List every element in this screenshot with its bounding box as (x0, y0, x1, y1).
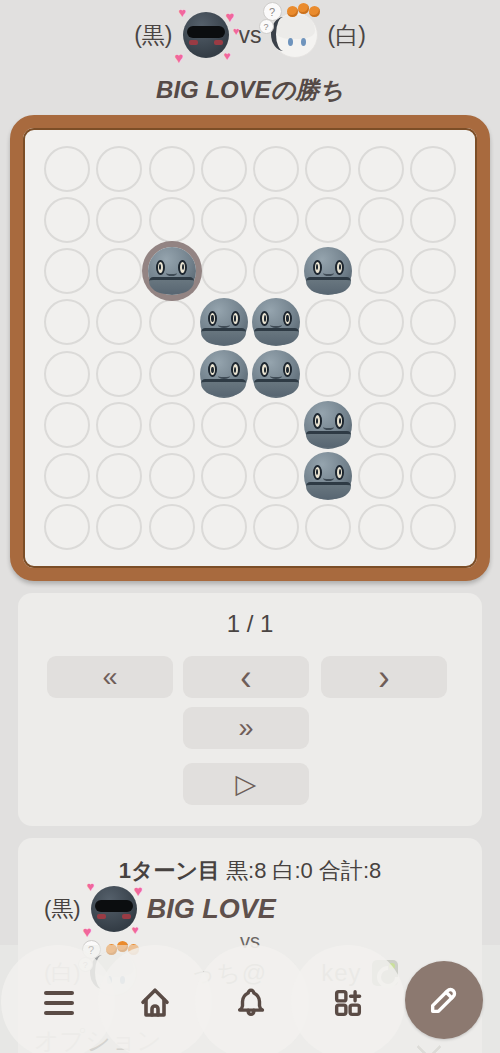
board-cell-g4 (355, 297, 407, 348)
board-cell-e6 (250, 399, 302, 450)
empty-cell-circle (410, 351, 456, 397)
board-cell-c8 (146, 502, 198, 553)
empty-cell-circle (96, 197, 142, 243)
board-cell-b6 (93, 399, 145, 450)
empty-cell-circle (201, 504, 247, 550)
board-cell-f6 (302, 399, 354, 450)
empty-cell-circle (305, 504, 351, 550)
empty-cell-circle (410, 402, 456, 448)
board-cell-e8 (250, 502, 302, 553)
empty-cell-circle (149, 299, 195, 345)
empty-cell-circle (358, 248, 404, 294)
question-bubble-icon: ? (259, 19, 274, 34)
empty-cell-circle (44, 453, 90, 499)
board-cell-g6 (355, 399, 407, 450)
double-chevron-left-icon: « (102, 664, 117, 691)
board-cell-c5 (146, 348, 198, 399)
empty-cell-circle (358, 453, 404, 499)
empty-cell-circle (201, 146, 247, 192)
black-side-label: (黒) (134, 20, 172, 51)
empty-cell-circle (253, 402, 299, 448)
turn-counts: 黒:8 白:0 合計:8 (220, 858, 381, 883)
empty-cell-circle (44, 402, 90, 448)
board-cell-c7 (146, 451, 198, 502)
board-cell-c3 (146, 246, 198, 297)
result-text: BIG LOVEの勝ち (0, 74, 500, 106)
board-cell-a5 (41, 348, 93, 399)
board-cell-g8 (355, 502, 407, 553)
black-disc (252, 298, 300, 346)
empty-cell-circle (149, 351, 195, 397)
board-cell-d5 (198, 348, 250, 399)
home-icon (137, 985, 173, 1021)
board-cell-e5 (250, 348, 302, 399)
board-cell-f4 (302, 297, 354, 348)
white-player-avatar: ? ? (272, 12, 318, 58)
empty-cell-circle (253, 197, 299, 243)
board-cell-f1 (302, 143, 354, 194)
board-cell-b2 (93, 194, 145, 245)
empty-cell-circle (253, 504, 299, 550)
next-move-button[interactable]: › (321, 656, 447, 698)
board-cell-g7 (355, 451, 407, 502)
double-chevron-right-icon: » (238, 715, 253, 742)
board-cell-b3 (93, 246, 145, 297)
empty-cell-circle (44, 504, 90, 550)
empty-cell-circle (358, 402, 404, 448)
sunglasses-icon (187, 26, 225, 38)
board-cell-b5 (93, 348, 145, 399)
empty-cell-circle (410, 197, 456, 243)
heart-icon: ♥ (223, 50, 230, 62)
empty-cell-circle (96, 248, 142, 294)
board-cell-h4 (407, 297, 459, 348)
empty-cell-circle (410, 248, 456, 294)
empty-cell-circle (201, 402, 247, 448)
empty-cell-circle (44, 351, 90, 397)
black-disc (200, 298, 248, 346)
grid-plus-icon (331, 986, 365, 1020)
board-cell-e7 (250, 451, 302, 502)
board-cell-g2 (355, 194, 407, 245)
board-cell-b1 (93, 143, 145, 194)
board-cell-f8 (302, 502, 354, 553)
heart-icon: ♥ (134, 883, 143, 898)
autoplay-button[interactable]: ▷ (183, 763, 309, 805)
empty-cell-circle (358, 299, 404, 345)
previous-move-button[interactable]: ‹ (183, 656, 309, 698)
empty-cell-circle (305, 351, 351, 397)
board-cell-d2 (198, 194, 250, 245)
empty-cell-circle (410, 299, 456, 345)
empty-cell-circle (96, 402, 142, 448)
empty-cell-circle (358, 351, 404, 397)
turn-number: 1ターン目 (119, 858, 220, 883)
board-cell-c4 (146, 297, 198, 348)
empty-cell-circle (410, 504, 456, 550)
empty-cell-circle (96, 351, 142, 397)
heart-icon: ♥ (233, 26, 240, 37)
empty-cell-circle (149, 453, 195, 499)
board-cell-d7 (198, 451, 250, 502)
hamburger-icon (44, 991, 74, 995)
play-triangle-icon: ▷ (236, 771, 257, 798)
board-cell-d8 (198, 502, 250, 553)
empty-cell-circle (96, 453, 142, 499)
chevron-right-icon: › (378, 658, 389, 695)
black-side-label: (黒) (44, 894, 81, 924)
heart-icon: ♥ (175, 50, 184, 65)
compose-fab[interactable] (405, 961, 483, 1039)
board-cell-e1 (250, 143, 302, 194)
board-cell-h7 (407, 451, 459, 502)
board-cell-a4 (41, 297, 93, 348)
empty-cell-circle (149, 146, 195, 192)
board-cell-f5 (302, 348, 354, 399)
empty-cell-circle (201, 453, 247, 499)
heart-icon: ♥ (226, 9, 235, 24)
board-cell-h8 (407, 502, 459, 553)
black-disc (304, 401, 352, 449)
board-cell-e4 (250, 297, 302, 348)
board-cell-a2 (41, 194, 93, 245)
board-cell-f2 (302, 194, 354, 245)
empty-cell-circle (96, 146, 142, 192)
empty-cell-circle (44, 146, 90, 192)
notifications-button[interactable] (233, 985, 269, 1021)
board-cell-c6 (146, 399, 198, 450)
empty-cell-circle (305, 146, 351, 192)
empty-cell-circle (410, 146, 456, 192)
first-move-button[interactable]: « (47, 656, 173, 698)
board-cell-d1 (198, 143, 250, 194)
board-cell-c1 (146, 143, 198, 194)
black-player-name: BIG LOVE (147, 894, 276, 925)
board-cell-a1 (41, 143, 93, 194)
board-cell-h6 (407, 399, 459, 450)
empty-cell-circle (44, 299, 90, 345)
orange-icon (309, 6, 320, 17)
empty-cell-circle (305, 299, 351, 345)
heart-icon: ♥ (87, 880, 95, 893)
board-cell-b8 (93, 502, 145, 553)
black-player-avatar: ♥ ♥ ♥ ♥ ♥ (183, 12, 229, 58)
board-cell-d4 (198, 297, 250, 348)
empty-cell-circle (410, 453, 456, 499)
empty-cell-circle (201, 248, 247, 294)
page-indicator: 1 / 1 (18, 610, 482, 638)
board-grid (23, 128, 477, 568)
empty-cell-circle (44, 248, 90, 294)
board-cell-a8 (41, 502, 93, 553)
board-cell-b4 (93, 297, 145, 348)
empty-cell-circle (358, 146, 404, 192)
board-cell-a6 (41, 399, 93, 450)
board-cell-h5 (407, 348, 459, 399)
board-cell-g3 (355, 246, 407, 297)
orange-icon (298, 3, 309, 14)
home-button[interactable] (137, 985, 173, 1021)
board-cell-g5 (355, 348, 407, 399)
board-cell-d3 (198, 246, 250, 297)
sunglasses-icon (95, 900, 133, 912)
empty-cell-circle (149, 504, 195, 550)
empty-cell-circle (149, 402, 195, 448)
empty-cell-circle (253, 146, 299, 192)
bell-icon (234, 986, 268, 1020)
board-cell-e3 (250, 246, 302, 297)
black-player-row: (黒) ♥ ♥ ♥ ♥ BIG LOVE (44, 886, 276, 932)
pencil-icon (427, 983, 461, 1017)
widgets-add-button[interactable] (330, 985, 366, 1021)
black-disc-last-move (148, 247, 196, 295)
board-cell-c2 (146, 194, 198, 245)
empty-cell-circle (253, 453, 299, 499)
board-cell-h1 (407, 143, 459, 194)
board-cell-h3 (407, 246, 459, 297)
black-disc (252, 350, 300, 398)
menu-button[interactable] (41, 985, 77, 1021)
board-cell-f3 (302, 246, 354, 297)
empty-cell-circle (149, 197, 195, 243)
chevron-left-icon: ‹ (240, 658, 251, 695)
board-cell-b7 (93, 451, 145, 502)
empty-cell-circle (305, 197, 351, 243)
empty-cell-circle (96, 299, 142, 345)
white-side-label: (白) (328, 20, 366, 51)
empty-cell-circle (44, 197, 90, 243)
empty-cell-circle (358, 197, 404, 243)
last-move-button[interactable]: » (183, 707, 309, 749)
empty-cell-circle (358, 504, 404, 550)
black-disc (304, 452, 352, 500)
board-cell-e2 (250, 194, 302, 245)
black-disc (304, 247, 352, 295)
empty-cell-circle (201, 197, 247, 243)
board-cell-a7 (41, 451, 93, 502)
match-header: (黒) ♥ ♥ ♥ ♥ ♥ vs ? ? (白) (0, 12, 500, 58)
empty-cell-circle (96, 504, 142, 550)
reversi-board (10, 115, 490, 581)
board-cell-d6 (198, 399, 250, 450)
board-cell-g1 (355, 143, 407, 194)
empty-cell-circle (253, 248, 299, 294)
board-cell-h2 (407, 194, 459, 245)
board-cell-a3 (41, 246, 93, 297)
orange-icon (287, 6, 298, 17)
replay-controls-card: 1 / 1 « ‹ › » ▷ (18, 593, 482, 826)
board-cell-f7 (302, 451, 354, 502)
black-disc (200, 350, 248, 398)
heart-icon: ♥ (179, 6, 187, 19)
black-player-avatar: ♥ ♥ ♥ ♥ (91, 886, 137, 932)
